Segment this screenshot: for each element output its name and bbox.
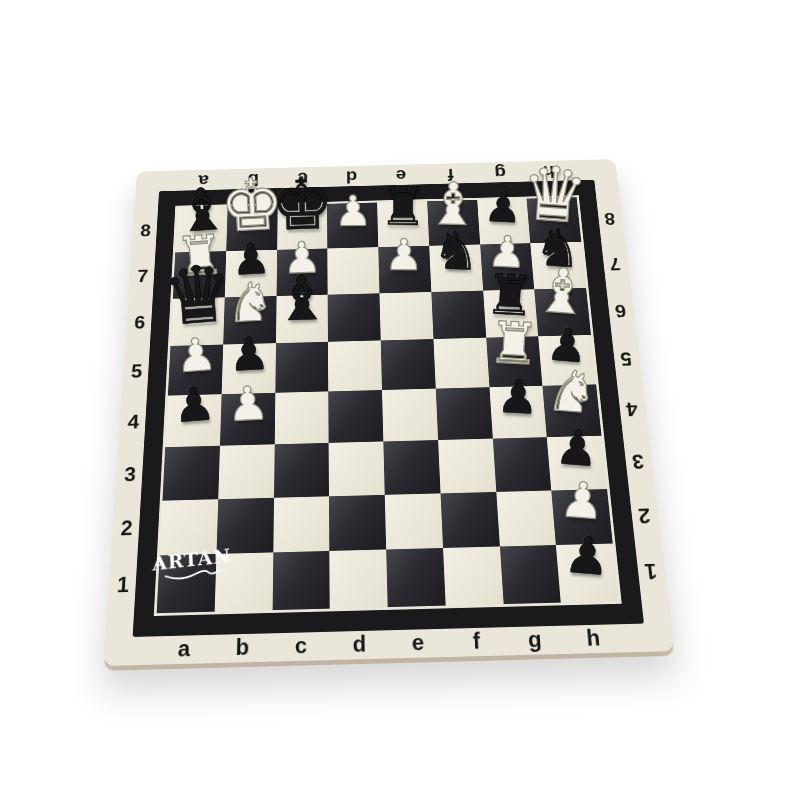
files-bottom-label-h: h — [563, 622, 624, 654]
square-c4[interactable] — [274, 391, 329, 444]
piece-black-pawn-b5[interactable]: ♟ — [227, 330, 270, 378]
piece-black-bishop-c6[interactable]: ♝ — [273, 267, 330, 330]
square-e3[interactable] — [383, 440, 440, 495]
square-f6[interactable] — [431, 290, 486, 339]
square-c3[interactable] — [274, 443, 330, 498]
files-top-label-d: d — [327, 165, 377, 188]
square-d3[interactable] — [329, 441, 385, 496]
files-bottom-label-b: b — [213, 631, 272, 663]
square-f5[interactable] — [433, 338, 489, 389]
ranks-left-label-2: 2 — [111, 501, 143, 557]
square-e5[interactable] — [381, 339, 436, 390]
piece-black-rook-e8[interactable]: ♜ — [379, 180, 427, 233]
piece-white-pawn-d8[interactable]: ♟ — [333, 191, 371, 233]
ranks-left-label-4: 4 — [118, 396, 148, 448]
square-c2[interactable] — [273, 496, 330, 553]
piece-black-pawn-h1[interactable]: ♟ — [562, 530, 611, 584]
square-c5[interactable] — [275, 342, 329, 393]
square-e1[interactable] — [386, 548, 445, 607]
ranks-left-label-1: 1 — [107, 556, 139, 614]
ranks-right-label-4: 4 — [615, 383, 648, 435]
ranks-left-label-3: 3 — [115, 447, 146, 501]
ranks-left-label-8: 8 — [132, 208, 160, 253]
ranks-left-label-7: 7 — [128, 253, 157, 300]
files-bottom-label-d: d — [330, 628, 389, 660]
square-e6[interactable] — [379, 292, 433, 341]
product-photo-scene: abcdefgh abcdefgh 87654321 87654321 ARTA… — [0, 0, 800, 800]
square-g1[interactable] — [499, 545, 561, 604]
square-f4[interactable] — [436, 387, 493, 440]
piece-white-pawn-a5[interactable]: ♟ — [174, 331, 218, 379]
piece-black-pawn-h3[interactable]: ♟ — [553, 422, 600, 473]
files-bottom-label-a: a — [154, 633, 214, 665]
square-d2[interactable] — [329, 494, 386, 551]
piece-black-pawn-g8[interactable]: ♟ — [484, 186, 524, 230]
square-d5[interactable] — [328, 341, 382, 392]
ranks-right-label-7: 7 — [600, 240, 631, 287]
square-f3[interactable] — [438, 438, 496, 493]
ranks-right-label-3: 3 — [621, 434, 655, 488]
ranks-right-label-6: 6 — [605, 286, 637, 334]
ranks-right-label-5: 5 — [610, 334, 642, 384]
square-f2[interactable] — [440, 492, 499, 549]
ranks-right-label-1: 1 — [633, 542, 668, 600]
ranks-right-label-2: 2 — [627, 487, 662, 543]
piece-black-pawn-g4[interactable]: ♟ — [496, 372, 540, 421]
square-a3[interactable] — [162, 446, 219, 501]
piece-white-bishop-h6[interactable]: ♝ — [533, 259, 592, 324]
square-d7[interactable] — [328, 247, 380, 294]
piece-white-pawn-h2[interactable]: ♟ — [558, 475, 606, 528]
ranks-left-label-6: 6 — [125, 299, 154, 347]
files-bottom-label-g: g — [505, 624, 566, 656]
square-e4[interactable] — [382, 389, 438, 442]
square-d6[interactable] — [328, 293, 381, 342]
square-g2[interactable] — [496, 490, 556, 547]
square-g3[interactable] — [492, 437, 551, 492]
piece-white-rook-g5[interactable]: ♜ — [487, 313, 541, 373]
files-bottom-label-e: e — [388, 627, 448, 659]
square-e2[interactable] — [385, 493, 443, 550]
square-d1[interactable] — [330, 550, 388, 609]
ranks-right-label-8: 8 — [595, 196, 625, 241]
square-b3[interactable] — [218, 444, 274, 499]
piece-white-pawn-e7[interactable]: ♟ — [385, 234, 424, 277]
ranks-left-label-5: 5 — [122, 347, 152, 397]
files-top-label-g: g — [474, 162, 525, 185]
square-d4[interactable] — [328, 390, 383, 443]
piece-white-pawn-b4[interactable]: ♟ — [225, 380, 269, 429]
square-f1[interactable] — [443, 547, 503, 606]
files-bottom-label-c: c — [272, 630, 331, 662]
piece-black-knight-f7[interactable]: ♞ — [431, 224, 480, 278]
files-bottom-label-f: f — [446, 625, 506, 657]
square-c1[interactable] — [272, 551, 330, 610]
piece-white-knight-h4[interactable]: ♞ — [544, 362, 599, 423]
piece-black-queen-a6[interactable]: ♛ — [160, 254, 236, 338]
piece-black-pawn-a4[interactable]: ♟ — [171, 381, 216, 431]
